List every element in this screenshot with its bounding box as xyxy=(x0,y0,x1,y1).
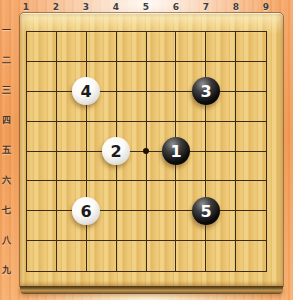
grid-cell xyxy=(27,152,57,182)
grid-cell xyxy=(147,32,177,62)
grid-cell xyxy=(206,32,236,62)
grid-cell xyxy=(236,241,266,271)
column-label: 7 xyxy=(199,2,213,13)
grid-cell xyxy=(27,241,57,271)
grid-cell xyxy=(236,152,266,182)
stone-black-5[interactable]: 5 xyxy=(192,197,220,225)
column-label: 6 xyxy=(169,2,183,13)
row-label: 八 xyxy=(0,235,13,246)
grid-cell xyxy=(236,92,266,122)
grid-cell xyxy=(27,32,57,62)
stone-black-3[interactable]: 3 xyxy=(192,77,220,105)
grid-cell xyxy=(147,241,177,271)
row-label: 五 xyxy=(0,145,13,156)
row-label: 六 xyxy=(0,175,13,186)
column-label: 8 xyxy=(229,2,243,13)
grid-cell xyxy=(117,62,147,92)
row-label: 七 xyxy=(0,205,13,216)
grid-cell xyxy=(206,241,236,271)
grid-cell xyxy=(87,32,117,62)
grid-cell xyxy=(147,92,177,122)
grid-cell xyxy=(57,32,87,62)
grid-cell xyxy=(117,181,147,211)
grid-cell xyxy=(57,152,87,182)
stone-white-6[interactable]: 6 xyxy=(72,197,100,225)
column-label: 2 xyxy=(49,2,63,13)
column-label: 1 xyxy=(19,2,33,13)
grid-cell xyxy=(206,152,236,182)
grid-cell xyxy=(57,122,87,152)
star-point xyxy=(143,148,149,154)
grid-cell xyxy=(27,92,57,122)
grid-cell xyxy=(176,241,206,271)
grid-cell xyxy=(87,241,117,271)
stone-white-2[interactable]: 2 xyxy=(102,137,130,165)
row-label: 二 xyxy=(0,55,13,66)
grid-cell xyxy=(117,241,147,271)
grid-cell xyxy=(147,62,177,92)
grid-cell xyxy=(117,92,147,122)
grid-cell xyxy=(206,122,236,152)
grid-cell xyxy=(27,122,57,152)
column-label: 5 xyxy=(139,2,153,13)
stone-white-4[interactable]: 4 xyxy=(72,77,100,105)
row-label: 四 xyxy=(0,115,13,126)
grid-cell xyxy=(236,62,266,92)
column-label: 3 xyxy=(79,2,93,13)
go-board-app: 123456789 一二三四五六七八九 123456 xyxy=(0,0,293,300)
grid-cell xyxy=(27,181,57,211)
grid-cell xyxy=(57,241,87,271)
stone-black-1[interactable]: 1 xyxy=(162,137,190,165)
grid-cell xyxy=(147,211,177,241)
row-label: 九 xyxy=(0,265,13,276)
grid-cell xyxy=(27,62,57,92)
board-side-edge xyxy=(20,286,283,294)
grid-cell xyxy=(236,32,266,62)
row-label: 三 xyxy=(0,85,13,96)
grid-cell xyxy=(27,211,57,241)
grid-cell xyxy=(117,211,147,241)
grid-cell xyxy=(236,122,266,152)
grid-cell xyxy=(236,181,266,211)
column-label: 4 xyxy=(109,2,123,13)
row-label: 一 xyxy=(0,25,13,36)
grid-cell xyxy=(236,211,266,241)
grid-cell xyxy=(147,181,177,211)
column-label: 9 xyxy=(259,2,273,13)
grid-cell xyxy=(176,32,206,62)
grid-cell xyxy=(117,32,147,62)
